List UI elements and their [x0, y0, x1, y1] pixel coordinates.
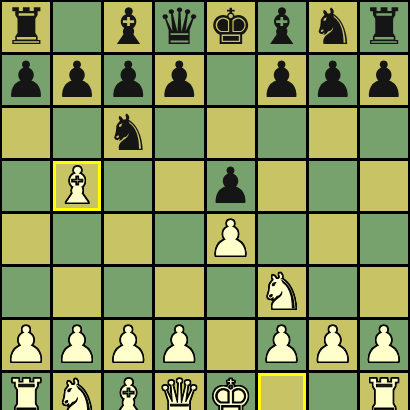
square-a2[interactable]: ♟	[2, 320, 50, 370]
white-pawn-icon[interactable]: ♟	[310, 320, 355, 370]
square-h6[interactable]	[360, 108, 408, 158]
square-d6[interactable]	[155, 108, 203, 158]
square-a4[interactable]	[2, 214, 50, 264]
square-a1[interactable]: ♜	[2, 373, 50, 410]
square-a6[interactable]	[2, 108, 50, 158]
square-b2[interactable]: ♟	[53, 320, 101, 370]
black-pawn-icon[interactable]: ♟	[362, 55, 407, 105]
white-knight-icon[interactable]: ♞	[55, 373, 100, 410]
square-h7[interactable]: ♟	[360, 55, 408, 105]
square-h3[interactable]	[360, 267, 408, 317]
square-g2[interactable]: ♟	[309, 320, 357, 370]
square-b7[interactable]: ♟	[53, 55, 101, 105]
square-c6[interactable]: ♞	[104, 108, 152, 158]
square-f1[interactable]	[258, 373, 306, 410]
square-d8[interactable]: ♛	[155, 2, 203, 52]
square-b8[interactable]	[53, 2, 101, 52]
white-pawn-icon[interactable]: ♟	[55, 320, 100, 370]
square-b6[interactable]	[53, 108, 101, 158]
square-c8[interactable]: ♝	[104, 2, 152, 52]
white-pawn-icon[interactable]: ♟	[157, 320, 202, 370]
square-g7[interactable]: ♟	[309, 55, 357, 105]
white-pawn-icon[interactable]: ♟	[106, 320, 151, 370]
square-e5[interactable]: ♟	[207, 161, 255, 211]
square-h2[interactable]: ♟	[360, 320, 408, 370]
black-pawn-icon[interactable]: ♟	[259, 55, 304, 105]
black-knight-icon[interactable]: ♞	[310, 2, 355, 52]
square-e8[interactable]: ♚	[207, 2, 255, 52]
square-g3[interactable]	[309, 267, 357, 317]
square-e7[interactable]	[207, 55, 255, 105]
black-rook-icon[interactable]: ♜	[362, 2, 407, 52]
square-a5[interactable]	[2, 161, 50, 211]
white-pawn-icon[interactable]: ♟	[362, 320, 407, 370]
square-e1[interactable]: ♚	[207, 373, 255, 410]
square-c5[interactable]	[104, 161, 152, 211]
square-c2[interactable]: ♟	[104, 320, 152, 370]
square-c3[interactable]	[104, 267, 152, 317]
square-g5[interactable]	[309, 161, 357, 211]
black-knight-icon[interactable]: ♞	[106, 108, 151, 158]
white-pawn-icon[interactable]: ♟	[208, 214, 253, 264]
square-c4[interactable]	[104, 214, 152, 264]
square-f5[interactable]	[258, 161, 306, 211]
square-f3[interactable]: ♞	[258, 267, 306, 317]
square-h5[interactable]	[360, 161, 408, 211]
square-f6[interactable]	[258, 108, 306, 158]
square-b1[interactable]: ♞	[53, 373, 101, 410]
square-e3[interactable]	[207, 267, 255, 317]
square-b4[interactable]	[53, 214, 101, 264]
white-queen-icon[interactable]: ♛	[157, 373, 202, 410]
chess-board: ♜♝♛♚♝♞♜♟♟♟♟♟♟♟♞♝♟♟♞♟♟♟♟♟♟♟♜♞♝♛♚♜	[0, 0, 410, 410]
white-bishop-icon[interactable]: ♝	[106, 373, 151, 410]
square-e6[interactable]	[207, 108, 255, 158]
black-pawn-icon[interactable]: ♟	[55, 55, 100, 105]
black-pawn-icon[interactable]: ♟	[106, 55, 151, 105]
black-pawn-icon[interactable]: ♟	[157, 55, 202, 105]
square-f4[interactable]	[258, 214, 306, 264]
black-bishop-icon[interactable]: ♝	[259, 2, 304, 52]
square-f2[interactable]: ♟	[258, 320, 306, 370]
black-king-icon[interactable]: ♚	[208, 2, 253, 52]
square-h4[interactable]	[360, 214, 408, 264]
square-c7[interactable]: ♟	[104, 55, 152, 105]
white-rook-icon[interactable]: ♜	[4, 373, 49, 410]
square-b5[interactable]: ♝	[53, 161, 101, 211]
square-a3[interactable]	[2, 267, 50, 317]
black-queen-icon[interactable]: ♛	[157, 2, 202, 52]
white-pawn-icon[interactable]: ♟	[259, 320, 304, 370]
square-d5[interactable]	[155, 161, 203, 211]
square-g1[interactable]	[309, 373, 357, 410]
square-h1[interactable]: ♜	[360, 373, 408, 410]
square-a8[interactable]: ♜	[2, 2, 50, 52]
square-e4[interactable]: ♟	[207, 214, 255, 264]
black-pawn-icon[interactable]: ♟	[208, 161, 253, 211]
square-d4[interactable]	[155, 214, 203, 264]
white-rook-icon[interactable]: ♜	[362, 373, 407, 410]
black-pawn-icon[interactable]: ♟	[4, 55, 49, 105]
white-knight-icon[interactable]: ♞	[259, 267, 304, 317]
square-g8[interactable]: ♞	[309, 2, 357, 52]
black-bishop-icon[interactable]: ♝	[106, 2, 151, 52]
square-f7[interactable]: ♟	[258, 55, 306, 105]
square-d2[interactable]: ♟	[155, 320, 203, 370]
square-e2[interactable]	[207, 320, 255, 370]
white-king-icon[interactable]: ♚	[208, 373, 253, 410]
square-b3[interactable]	[53, 267, 101, 317]
square-d3[interactable]	[155, 267, 203, 317]
square-h8[interactable]: ♜	[360, 2, 408, 52]
square-f8[interactable]: ♝	[258, 2, 306, 52]
square-a7[interactable]: ♟	[2, 55, 50, 105]
square-g4[interactable]	[309, 214, 357, 264]
square-d1[interactable]: ♛	[155, 373, 203, 410]
square-d7[interactable]: ♟	[155, 55, 203, 105]
square-c1[interactable]: ♝	[104, 373, 152, 410]
black-pawn-icon[interactable]: ♟	[310, 55, 355, 105]
black-rook-icon[interactable]: ♜	[4, 2, 49, 52]
white-bishop-icon[interactable]: ♝	[55, 161, 100, 211]
white-pawn-icon[interactable]: ♟	[4, 320, 49, 370]
square-g6[interactable]	[309, 108, 357, 158]
